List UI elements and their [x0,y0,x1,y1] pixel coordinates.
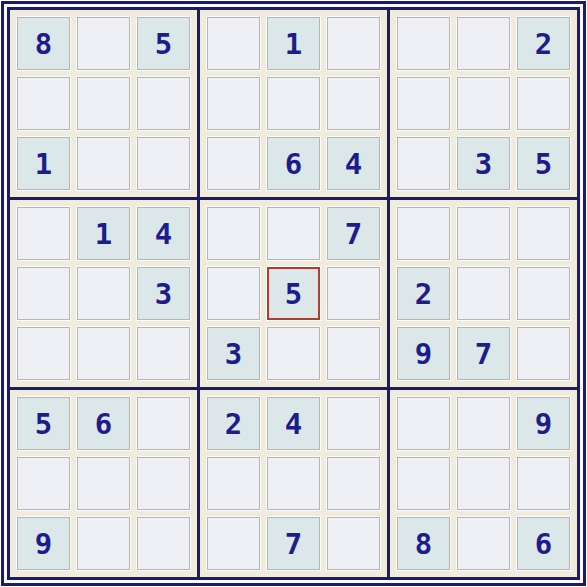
cell-r3c4[interactable] [207,137,260,190]
cell-r4c3[interactable]: 4 [137,207,190,260]
box-1-1: 851 [10,10,197,197]
cell-r6c4[interactable]: 3 [207,327,260,380]
cell-r3c9[interactable]: 5 [517,137,570,190]
cell-r4c7[interactable] [397,207,450,260]
cell-r6c2[interactable] [77,327,130,380]
cell-r8c9[interactable] [517,457,570,510]
cell-r6c3[interactable] [137,327,190,380]
cell-r9c5[interactable]: 7 [267,517,320,570]
cell-r6c8[interactable]: 7 [457,327,510,380]
box-3-2: 247 [200,390,387,577]
cell-r5c5[interactable]: 5 [267,267,320,320]
cell-r2c4[interactable] [207,77,260,130]
cell-r8c6[interactable] [327,457,380,510]
cell-r3c2[interactable] [77,137,130,190]
box-3-1: 569 [10,390,197,577]
box-2-3: 297 [390,200,577,387]
cell-r9c9[interactable]: 6 [517,517,570,570]
cell-r3c6[interactable]: 4 [327,137,380,190]
cell-r5c7[interactable]: 2 [397,267,450,320]
cell-r7c1[interactable]: 5 [17,397,70,450]
box-1-2: 164 [200,10,387,197]
cell-r4c2[interactable]: 1 [77,207,130,260]
cell-r1c5[interactable]: 1 [267,17,320,70]
cell-r3c3[interactable] [137,137,190,190]
cell-r7c2[interactable]: 6 [77,397,130,450]
cell-r6c7[interactable]: 9 [397,327,450,380]
cell-r2c5[interactable] [267,77,320,130]
cell-r7c7[interactable] [397,397,450,450]
cell-r3c5[interactable]: 6 [267,137,320,190]
cell-r9c8[interactable] [457,517,510,570]
cell-r1c7[interactable] [397,17,450,70]
cell-r7c4[interactable]: 2 [207,397,260,450]
sudoku-board: 851164235143753297569247986 [1,1,586,586]
cell-r8c8[interactable] [457,457,510,510]
cell-r2c8[interactable] [457,77,510,130]
cell-r9c3[interactable] [137,517,190,570]
cell-r2c6[interactable] [327,77,380,130]
cell-r5c3[interactable]: 3 [137,267,190,320]
box-2-2: 753 [200,200,387,387]
cell-r2c1[interactable] [17,77,70,130]
cell-r9c4[interactable] [207,517,260,570]
cell-r1c3[interactable]: 5 [137,17,190,70]
cell-r5c2[interactable] [77,267,130,320]
cell-r9c2[interactable] [77,517,130,570]
cell-r8c3[interactable] [137,457,190,510]
cell-r3c7[interactable] [397,137,450,190]
cell-r2c3[interactable] [137,77,190,130]
cell-r6c6[interactable] [327,327,380,380]
cell-r1c1[interactable]: 8 [17,17,70,70]
cell-r7c6[interactable] [327,397,380,450]
cell-r6c9[interactable] [517,327,570,380]
cell-r4c1[interactable] [17,207,70,260]
box-3-3: 986 [390,390,577,577]
cell-r1c9[interactable]: 2 [517,17,570,70]
cell-r7c5[interactable]: 4 [267,397,320,450]
cell-r6c1[interactable] [17,327,70,380]
cell-r1c6[interactable] [327,17,380,70]
cell-r9c1[interactable]: 9 [17,517,70,570]
sudoku-grid: 851164235143753297569247986 [7,7,580,580]
cell-r7c3[interactable] [137,397,190,450]
cell-r1c2[interactable] [77,17,130,70]
cell-r4c4[interactable] [207,207,260,260]
cell-r5c1[interactable] [17,267,70,320]
cell-r2c7[interactable] [397,77,450,130]
cell-r1c8[interactable] [457,17,510,70]
cell-r7c8[interactable] [457,397,510,450]
cell-r8c1[interactable] [17,457,70,510]
cell-r4c9[interactable] [517,207,570,260]
cell-r5c8[interactable] [457,267,510,320]
cell-r8c7[interactable] [397,457,450,510]
cell-r3c8[interactable]: 3 [457,137,510,190]
box-1-3: 235 [390,10,577,197]
cell-r4c8[interactable] [457,207,510,260]
cell-r3c1[interactable]: 1 [17,137,70,190]
cell-r8c4[interactable] [207,457,260,510]
cell-r2c9[interactable] [517,77,570,130]
cell-r7c9[interactable]: 9 [517,397,570,450]
cell-r8c2[interactable] [77,457,130,510]
cell-r4c5[interactable] [267,207,320,260]
box-2-1: 143 [10,200,197,387]
cell-r5c6[interactable] [327,267,380,320]
cell-r5c9[interactable] [517,267,570,320]
cell-r5c4[interactable] [207,267,260,320]
cell-r9c7[interactable]: 8 [397,517,450,570]
cell-r9c6[interactable] [327,517,380,570]
cell-r6c5[interactable] [267,327,320,380]
cell-r2c2[interactable] [77,77,130,130]
cell-r1c4[interactable] [207,17,260,70]
cell-r8c5[interactable] [267,457,320,510]
cell-r4c6[interactable]: 7 [327,207,380,260]
